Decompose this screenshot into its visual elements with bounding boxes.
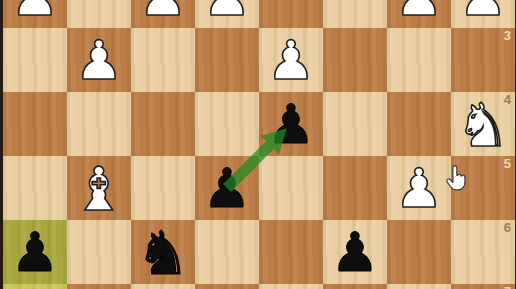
square-e4[interactable]: [195, 92, 259, 156]
white-pawn[interactable]: ♟: [203, 0, 251, 29]
black-pawn[interactable]: ♟: [267, 93, 315, 157]
square-c2[interactable]: [323, 0, 387, 28]
rank-label-4: 4: [504, 93, 511, 107]
square-b4[interactable]: [387, 92, 451, 156]
white-pawn[interactable]: ♟: [75, 29, 123, 93]
square-e6[interactable]: [195, 220, 259, 284]
square-c7[interactable]: [323, 284, 387, 289]
white-pawn[interactable]: ♟: [139, 0, 187, 29]
square-c5[interactable]: [323, 156, 387, 220]
square-c6[interactable]: ♟: [323, 220, 387, 284]
square-b3[interactable]: [387, 28, 451, 92]
square-g6[interactable]: [67, 220, 131, 284]
square-d2[interactable]: [259, 0, 323, 28]
black-pawn[interactable]: ♟: [203, 157, 251, 221]
chess-board: ♟♟♟♟♟♟♟3♟♞4♝♟♟5♟♞♟67: [3, 0, 515, 289]
square-f7[interactable]: [131, 284, 195, 289]
rank-label-5: 5: [504, 157, 511, 171]
square-h2[interactable]: ♟: [3, 0, 67, 28]
black-pawn[interactable]: ♟: [331, 221, 379, 285]
rank-label-3: 3: [504, 29, 511, 43]
white-bishop[interactable]: ♝: [72, 157, 126, 221]
square-g3[interactable]: ♟: [67, 28, 131, 92]
square-c4[interactable]: [323, 92, 387, 156]
square-a7[interactable]: 7: [451, 284, 515, 289]
square-g2[interactable]: [67, 0, 131, 28]
square-e5[interactable]: ♟: [195, 156, 259, 220]
square-g4[interactable]: [67, 92, 131, 156]
rank-label-6: 6: [504, 221, 511, 235]
square-h3[interactable]: [3, 28, 67, 92]
square-f3[interactable]: [131, 28, 195, 92]
chess-app-screen: ♟♟♟♟♟♟♟3♟♞4♝♟♟5♟♞♟67: [0, 0, 516, 289]
white-pawn[interactable]: ♟: [459, 0, 507, 29]
square-a2[interactable]: ♟: [451, 0, 515, 28]
square-e2[interactable]: ♟: [195, 0, 259, 28]
rank-label-7: 7: [504, 285, 511, 289]
white-pawn[interactable]: ♟: [267, 29, 315, 93]
square-d7[interactable]: [259, 284, 323, 289]
square-f2[interactable]: ♟: [131, 0, 195, 28]
square-a5[interactable]: 5: [451, 156, 515, 220]
white-pawn[interactable]: ♟: [395, 157, 443, 221]
square-b6[interactable]: [387, 220, 451, 284]
square-a4[interactable]: ♞4: [451, 92, 515, 156]
square-b5[interactable]: ♟: [387, 156, 451, 220]
square-h5[interactable]: [3, 156, 67, 220]
square-h7[interactable]: [3, 284, 67, 289]
square-d6[interactable]: [259, 220, 323, 284]
square-h6[interactable]: ♟: [3, 220, 67, 284]
square-e3[interactable]: [195, 28, 259, 92]
square-d4[interactable]: ♟: [259, 92, 323, 156]
square-f6[interactable]: ♞: [131, 220, 195, 284]
black-pawn[interactable]: ♟: [11, 221, 59, 285]
square-b2[interactable]: ♟: [387, 0, 451, 28]
square-e7[interactable]: [195, 284, 259, 289]
square-g7[interactable]: [67, 284, 131, 289]
square-f4[interactable]: [131, 92, 195, 156]
square-h4[interactable]: [3, 92, 67, 156]
square-b7[interactable]: [387, 284, 451, 289]
square-d3[interactable]: ♟: [259, 28, 323, 92]
white-knight[interactable]: ♞: [456, 93, 510, 157]
square-a3[interactable]: 3: [451, 28, 515, 92]
white-pawn[interactable]: ♟: [395, 0, 443, 29]
square-f5[interactable]: [131, 156, 195, 220]
square-g5[interactable]: ♝: [67, 156, 131, 220]
white-pawn[interactable]: ♟: [11, 0, 59, 29]
square-d5[interactable]: [259, 156, 323, 220]
square-c3[interactable]: [323, 28, 387, 92]
square-a6[interactable]: 6: [451, 220, 515, 284]
black-knight[interactable]: ♞: [136, 221, 190, 285]
